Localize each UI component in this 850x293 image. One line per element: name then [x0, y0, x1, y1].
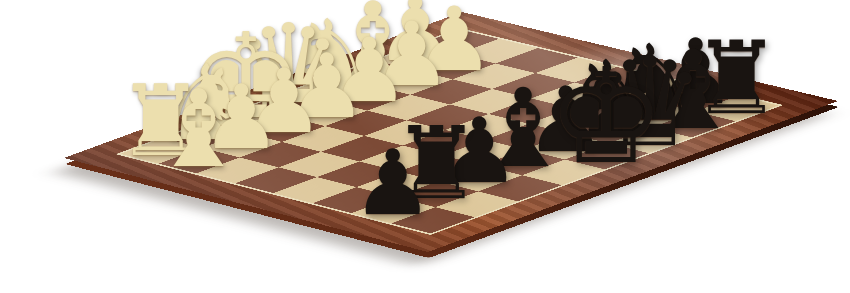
piece-white-bishop[interactable]: ♝	[151, 75, 247, 182]
piece-black-king[interactable]: ♚	[547, 51, 665, 182]
piece-black-pawn[interactable]: ♟	[352, 138, 433, 228]
chess-set-photo: ♚♛♝♜♟♜♟♝♟♞♞♟♝♟♟♟♟♟♟♜♞♚♛♞♝♟	[0, 0, 850, 293]
